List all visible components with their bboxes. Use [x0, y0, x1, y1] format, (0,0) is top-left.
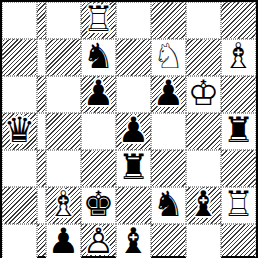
square-g2[interactable]	[186, 224, 221, 258]
black-pawn-glyph: ♟	[46, 224, 81, 258]
square-b4[interactable]	[37, 150, 46, 187]
square-g5[interactable]	[186, 113, 221, 150]
square-c3[interactable]: ♝♗	[46, 187, 81, 224]
square-g8[interactable]	[186, 2, 221, 39]
black-queen-glyph: ♛	[2, 113, 37, 148]
square-b2[interactable]	[37, 224, 46, 258]
square-e4[interactable]: ♜♜	[116, 150, 151, 187]
piece-white-knight[interactable]: ♞♘	[151, 39, 186, 74]
square-b7[interactable]	[37, 39, 46, 76]
black-king-glyph: ♚	[81, 187, 116, 222]
square-f4[interactable]	[151, 150, 186, 187]
square-h6[interactable]	[221, 76, 256, 113]
square-h8[interactable]	[221, 2, 256, 39]
square-b3[interactable]	[37, 187, 46, 224]
square-d8[interactable]: ♜♖	[81, 2, 116, 39]
piece-black-rook[interactable]: ♜♜	[221, 113, 256, 148]
square-a5[interactable]: ♛♛	[2, 113, 37, 150]
square-f3[interactable]: ♞♞	[151, 187, 186, 224]
piece-black-knight[interactable]: ♞♞	[151, 187, 186, 222]
black-bishop-glyph: ♝	[116, 224, 151, 258]
white-rook-glyph: ♖	[81, 2, 116, 37]
square-h2[interactable]	[221, 224, 256, 258]
square-a8[interactable]	[2, 2, 37, 39]
square-c8[interactable]	[46, 2, 81, 39]
piece-black-pawn[interactable]: ♟♟	[81, 76, 116, 111]
chess-board: ♜♖♞♞♞♘♝♗♟♟♟♟♚♔♛♛♟♟♜♜♜♜♝♗♚♚♞♞♝♝♜♖♟♟♟♙♝♝	[2, 2, 256, 256]
black-bishop-glyph: ♝	[186, 187, 221, 222]
square-d5[interactable]	[81, 113, 116, 150]
piece-black-bishop[interactable]: ♝♝	[186, 187, 221, 222]
square-c2[interactable]: ♟♟	[46, 224, 81, 258]
white-bishop-glyph: ♗	[221, 39, 256, 74]
square-g7[interactable]	[186, 39, 221, 76]
square-d2[interactable]: ♟♙	[81, 224, 116, 258]
piece-black-bishop[interactable]: ♝♝	[116, 224, 151, 258]
white-pawn-glyph: ♙	[81, 224, 116, 258]
piece-black-queen[interactable]: ♛♛	[2, 113, 37, 148]
black-knight-glyph: ♞	[151, 187, 186, 222]
black-rook-glyph: ♜	[116, 150, 151, 185]
square-f7[interactable]: ♞♘	[151, 39, 186, 76]
white-rook-glyph: ♖	[221, 187, 256, 222]
square-d7[interactable]: ♞♞	[81, 39, 116, 76]
piece-white-rook[interactable]: ♜♖	[81, 2, 116, 37]
square-d3[interactable]: ♚♚	[81, 187, 116, 224]
piece-black-pawn[interactable]: ♟♟	[151, 76, 186, 111]
piece-black-knight[interactable]: ♞♞	[81, 39, 116, 74]
square-a6[interactable]	[2, 76, 37, 113]
piece-black-king[interactable]: ♚♚	[81, 187, 116, 222]
square-c5[interactable]	[46, 113, 81, 150]
white-bishop-glyph: ♗	[46, 187, 81, 222]
square-d4[interactable]	[81, 150, 116, 187]
piece-black-pawn[interactable]: ♟♟	[116, 113, 151, 148]
square-e2[interactable]: ♝♝	[116, 224, 151, 258]
square-a4[interactable]	[2, 150, 37, 187]
square-b5[interactable]	[37, 113, 46, 150]
piece-white-bishop[interactable]: ♝♗	[46, 187, 81, 222]
square-c7[interactable]	[46, 39, 81, 76]
board-frame: ♜♖♞♞♞♘♝♗♟♟♟♟♚♔♛♛♟♟♜♜♜♜♝♗♚♚♞♞♝♝♜♖♟♟♟♙♝♝	[0, 0, 258, 258]
square-d6[interactable]: ♟♟	[81, 76, 116, 113]
square-g3[interactable]: ♝♝	[186, 187, 221, 224]
piece-white-king[interactable]: ♚♔	[186, 76, 221, 111]
square-b6[interactable]	[37, 76, 46, 113]
black-pawn-glyph: ♟	[116, 113, 151, 148]
square-a2[interactable]	[2, 224, 37, 258]
square-f8[interactable]	[151, 2, 186, 39]
piece-black-rook[interactable]: ♜♜	[116, 150, 151, 185]
piece-white-rook[interactable]: ♜♖	[221, 187, 256, 222]
square-e3[interactable]	[116, 187, 151, 224]
square-a7[interactable]	[2, 39, 37, 76]
square-g4[interactable]	[186, 150, 221, 187]
square-f6[interactable]: ♟♟	[151, 76, 186, 113]
piece-white-pawn[interactable]: ♟♙	[81, 224, 116, 258]
square-a3[interactable]	[2, 187, 37, 224]
black-pawn-glyph: ♟	[81, 76, 116, 111]
square-h5[interactable]: ♜♜	[221, 113, 256, 150]
square-f2[interactable]	[151, 224, 186, 258]
square-f5[interactable]	[151, 113, 186, 150]
square-b8[interactable]	[37, 2, 46, 39]
black-knight-glyph: ♞	[81, 39, 116, 74]
square-c4[interactable]	[46, 150, 81, 187]
square-e5[interactable]: ♟♟	[116, 113, 151, 150]
square-e8[interactable]	[116, 2, 151, 39]
square-e7[interactable]	[116, 39, 151, 76]
piece-black-pawn[interactable]: ♟♟	[46, 224, 81, 258]
square-h3[interactable]: ♜♖	[221, 187, 256, 224]
black-pawn-glyph: ♟	[151, 76, 186, 111]
white-king-glyph: ♔	[186, 76, 221, 111]
white-knight-glyph: ♘	[151, 39, 186, 74]
square-e6[interactable]	[116, 76, 151, 113]
square-h4[interactable]	[221, 150, 256, 187]
piece-white-bishop[interactable]: ♝♗	[221, 39, 256, 74]
square-h7[interactable]: ♝♗	[221, 39, 256, 76]
square-c6[interactable]	[46, 76, 81, 113]
black-rook-glyph: ♜	[221, 113, 256, 148]
square-g6[interactable]: ♚♔	[186, 76, 221, 113]
